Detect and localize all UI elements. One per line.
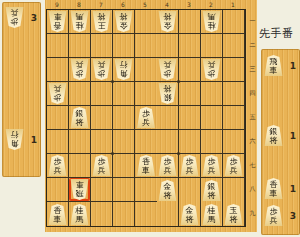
square-66[interactable] xyxy=(113,130,135,154)
koma-kanji: 香 xyxy=(54,21,62,30)
rank-label-3: 三 xyxy=(248,57,257,81)
koma-歩兵-sente[interactable]: 歩兵 xyxy=(202,155,221,176)
koma-kanji: 兵 xyxy=(54,84,62,93)
koma-kanji: 金 xyxy=(164,182,172,191)
koma-歩兵-gote[interactable]: 歩兵 xyxy=(70,59,89,80)
koma-kanji: 将 xyxy=(164,84,172,93)
koma-kanji: 行 xyxy=(120,60,128,69)
koma-歩兵-sente[interactable]: 歩兵 xyxy=(224,155,243,176)
koma-桂馬-sente[interactable]: 桂馬 xyxy=(202,204,221,225)
board-grid: 香車桂馬王将金将金将桂馬歩兵歩兵角行歩兵歩兵歩兵銀将銀将歩兵歩兵歩兵香車歩兵歩兵… xyxy=(46,9,246,227)
rank-label-6: 六 xyxy=(248,129,257,153)
file-label-6: 6 xyxy=(112,0,134,9)
koma-kanji: 歩 xyxy=(270,207,278,216)
koma-kanji: 兵 xyxy=(208,166,216,175)
koma-kanji: 将 xyxy=(164,12,172,21)
koma-金将-gote[interactable]: 金将 xyxy=(158,11,177,32)
koma-kanji: 歩 xyxy=(98,69,106,78)
square-45[interactable] xyxy=(157,106,179,130)
square-75[interactable] xyxy=(91,106,113,130)
square-16[interactable] xyxy=(223,130,245,154)
square-42[interactable] xyxy=(157,34,179,58)
square-77[interactable]: 歩兵 xyxy=(91,154,113,178)
file-label-2: 2 xyxy=(200,0,222,9)
koma-香車-sente[interactable]: 香車 xyxy=(48,204,67,225)
square-19[interactable]: 玉将 xyxy=(223,202,245,226)
koma-歩兵-sente[interactable]: 歩兵 xyxy=(92,155,111,176)
square-56[interactable] xyxy=(135,130,157,154)
hand-slot-歩兵[interactable]: 歩兵3 xyxy=(5,7,38,29)
koma-kanji: 将 xyxy=(164,191,172,200)
file-labels: 987654321 xyxy=(46,0,244,9)
koma-kanji: 香 xyxy=(54,206,62,215)
koma-歩兵-sente[interactable]: 歩兵 xyxy=(264,205,283,226)
koma-金将-sente[interactable]: 金将 xyxy=(180,204,199,225)
square-74[interactable] xyxy=(91,82,113,106)
square-25[interactable] xyxy=(201,106,223,130)
koma-kanji: 将 xyxy=(76,118,84,127)
koma-kanji: 歩 xyxy=(164,157,172,166)
koma-kanji: 将 xyxy=(270,136,278,145)
hand-count: 1 xyxy=(31,135,38,145)
square-59[interactable] xyxy=(135,202,157,226)
koma-銀将-sente[interactable]: 銀将 xyxy=(264,125,283,146)
square-76[interactable] xyxy=(91,130,113,154)
koma-kanji: 兵 xyxy=(142,118,150,127)
square-88[interactable]: 飛車 xyxy=(69,178,91,202)
koma-銀将-sente[interactable]: 銀将 xyxy=(202,180,221,201)
koma-角行-gote[interactable]: 角行 xyxy=(5,129,24,150)
file-label-8: 8 xyxy=(68,0,90,9)
square-44[interactable]: 銀将 xyxy=(157,82,179,106)
koma-kanji: 将 xyxy=(230,215,238,224)
square-49[interactable] xyxy=(157,202,179,226)
koma-歩兵-gote[interactable]: 歩兵 xyxy=(202,59,221,80)
koma-香車-sente[interactable]: 香車 xyxy=(137,155,156,176)
square-26[interactable] xyxy=(201,130,223,154)
square-71[interactable]: 王将 xyxy=(91,10,113,34)
hand-count: 1 xyxy=(290,131,297,141)
koma-kanji: 桂 xyxy=(76,206,84,215)
koma-銀将-gote[interactable]: 銀将 xyxy=(158,83,177,104)
square-94[interactable]: 歩兵 xyxy=(47,82,69,106)
koma-kanji: 兵 xyxy=(76,60,84,69)
koma-桂馬-gote[interactable]: 桂馬 xyxy=(70,11,89,32)
koma-kanji: 車 xyxy=(54,12,62,21)
hand-count: 3 xyxy=(31,13,38,23)
square-83[interactable]: 歩兵 xyxy=(69,58,91,82)
koma-kanji: 金 xyxy=(120,21,128,30)
koma-kanji: 王 xyxy=(98,21,106,30)
square-46[interactable] xyxy=(157,130,179,154)
koma-kanji: 歩 xyxy=(164,69,172,78)
file-label-7: 7 xyxy=(90,0,112,9)
koma-kanji: 飛 xyxy=(270,57,278,66)
square-18[interactable] xyxy=(223,178,245,202)
square-85[interactable]: 銀将 xyxy=(69,106,91,130)
square-67[interactable] xyxy=(113,154,135,178)
koma-kanji: 兵 xyxy=(98,60,106,69)
rank-label-5: 五 xyxy=(248,105,257,129)
square-51[interactable] xyxy=(135,10,157,34)
koma-kanji: 金 xyxy=(186,206,194,215)
square-24[interactable] xyxy=(201,82,223,106)
square-12[interactable] xyxy=(223,34,245,58)
shogi-board: 987654321 香車桂馬王将金将金将桂馬歩兵歩兵角行歩兵歩兵歩兵銀将銀将歩兵… xyxy=(45,0,257,232)
koma-歩兵-sente[interactable]: 歩兵 xyxy=(137,107,156,128)
koma-kanji: 車 xyxy=(270,189,278,198)
koma-kanji: 香 xyxy=(270,180,278,189)
square-54[interactable] xyxy=(135,82,157,106)
hand-slot-飛車[interactable]: 飛車1 xyxy=(264,55,297,77)
koma-kanji: 桂 xyxy=(208,206,216,215)
koma-kanji: 兵 xyxy=(54,166,62,175)
square-61[interactable]: 金将 xyxy=(113,10,135,34)
square-57[interactable]: 香車 xyxy=(135,154,157,178)
koma-kanji: 将 xyxy=(186,215,194,224)
square-17[interactable]: 歩兵 xyxy=(223,154,245,178)
koma-歩兵-gote[interactable]: 歩兵 xyxy=(92,59,111,80)
square-68[interactable] xyxy=(113,178,135,202)
hand-count: 3 xyxy=(290,211,297,221)
koma-kanji: 飛 xyxy=(76,189,84,198)
hand-slot-角行[interactable]: 角行1 xyxy=(5,129,38,151)
square-23[interactable]: 歩兵 xyxy=(201,58,223,82)
square-58[interactable] xyxy=(135,178,157,202)
square-21[interactable]: 桂馬 xyxy=(201,10,223,34)
koma-kanji: 車 xyxy=(142,166,150,175)
square-48[interactable]: 金将 xyxy=(157,178,179,202)
square-15[interactable] xyxy=(223,106,245,130)
koma-kanji: 将 xyxy=(208,191,216,200)
koma-kanji: 玉 xyxy=(230,206,238,215)
rank-label-8: 八 xyxy=(248,177,257,201)
koma-kanji: 行 xyxy=(11,130,19,139)
square-91[interactable]: 香車 xyxy=(47,10,69,34)
koma-kanji: 歩 xyxy=(11,17,19,26)
square-96[interactable] xyxy=(47,130,69,154)
square-31[interactable] xyxy=(179,10,201,34)
koma-kanji: 歩 xyxy=(230,157,238,166)
turn-indicator: 先手番 xyxy=(259,26,294,41)
square-63[interactable]: 角行 xyxy=(113,58,135,82)
koma-kanji: 兵 xyxy=(208,60,216,69)
square-62[interactable] xyxy=(113,34,135,58)
koma-銀将-sente[interactable]: 銀将 xyxy=(70,107,89,128)
square-69[interactable] xyxy=(113,202,135,226)
koma-王将-gote[interactable]: 王将 xyxy=(92,11,111,32)
square-93[interactable] xyxy=(47,58,69,82)
rank-label-4: 四 xyxy=(248,81,257,105)
square-11[interactable] xyxy=(223,10,245,34)
square-86[interactable] xyxy=(69,130,91,154)
koma-金将-gote[interactable]: 金将 xyxy=(114,11,133,32)
koma-歩兵-sente[interactable]: 歩兵 xyxy=(158,155,177,176)
square-22[interactable] xyxy=(201,34,223,58)
square-37[interactable]: 歩兵 xyxy=(179,154,201,178)
square-33[interactable] xyxy=(179,58,201,82)
koma-香車-sente[interactable]: 香車 xyxy=(264,178,283,199)
square-73[interactable]: 歩兵 xyxy=(91,58,113,82)
koma-kanji: 歩 xyxy=(98,157,106,166)
square-28[interactable]: 銀将 xyxy=(201,178,223,202)
gote-hand-tray: 歩兵3角行1 xyxy=(2,2,41,177)
square-78[interactable] xyxy=(91,178,113,202)
square-53[interactable] xyxy=(135,58,157,82)
koma-歩兵-gote[interactable]: 歩兵 xyxy=(48,83,67,104)
sente-hand-tray: 飛車1銀将1香車1歩兵3 xyxy=(261,49,300,235)
koma-kanji: 将 xyxy=(98,12,106,21)
square-99[interactable]: 香車 xyxy=(47,202,69,226)
file-label-5: 5 xyxy=(134,0,156,9)
koma-kanji: 歩 xyxy=(208,69,216,78)
koma-kanji: 兵 xyxy=(164,166,172,175)
koma-kanji: 兵 xyxy=(230,166,238,175)
square-47[interactable]: 歩兵 xyxy=(157,154,179,178)
square-98[interactable] xyxy=(47,178,69,202)
koma-kanji: 車 xyxy=(76,180,84,189)
koma-kanji: 角 xyxy=(11,139,19,148)
rank-label-1: 一 xyxy=(248,9,257,33)
koma-kanji: 車 xyxy=(270,66,278,75)
koma-kanji: 兵 xyxy=(98,166,106,175)
koma-kanji: 歩 xyxy=(54,157,62,166)
koma-歩兵-gote[interactable]: 歩兵 xyxy=(158,59,177,80)
koma-kanji: 銀 xyxy=(208,182,216,191)
rank-label-7: 七 xyxy=(248,153,257,177)
square-64[interactable] xyxy=(113,82,135,106)
square-41[interactable]: 金将 xyxy=(157,10,179,34)
koma-kanji: 桂 xyxy=(208,21,216,30)
koma-kanji: 桂 xyxy=(76,21,84,30)
square-55[interactable]: 歩兵 xyxy=(135,106,157,130)
file-label-9: 9 xyxy=(46,0,68,9)
square-13[interactable] xyxy=(223,58,245,82)
square-92[interactable] xyxy=(47,34,69,58)
square-89[interactable]: 桂馬 xyxy=(69,202,91,226)
koma-kanji: 歩 xyxy=(208,157,216,166)
koma-角行-gote[interactable]: 角行 xyxy=(114,59,133,80)
koma-kanji: 将 xyxy=(120,12,128,21)
square-97[interactable]: 歩兵 xyxy=(47,154,69,178)
square-81[interactable]: 桂馬 xyxy=(69,10,91,34)
koma-kanji: 兵 xyxy=(11,8,19,17)
square-14[interactable] xyxy=(223,82,245,106)
koma-桂馬-gote[interactable]: 桂馬 xyxy=(202,11,221,32)
square-39[interactable]: 金将 xyxy=(179,202,201,226)
hand-slot-銀将[interactable]: 銀将1 xyxy=(264,125,297,147)
koma-kanji: 歩 xyxy=(142,109,150,118)
koma-歩兵-sente[interactable]: 歩兵 xyxy=(180,155,199,176)
koma-kanji: 馬 xyxy=(208,215,216,224)
koma-kanji: 馬 xyxy=(76,12,84,21)
koma-kanji: 香 xyxy=(142,157,150,166)
koma-kanji: 兵 xyxy=(186,166,194,175)
koma-kanji: 歩 xyxy=(76,69,84,78)
koma-kanji: 歩 xyxy=(186,157,194,166)
koma-桂馬-sente[interactable]: 桂馬 xyxy=(70,204,89,225)
koma-kanji: 馬 xyxy=(76,215,84,224)
koma-玉将-sente[interactable]: 玉将 xyxy=(224,204,243,225)
square-84[interactable] xyxy=(69,82,91,106)
koma-kanji: 金 xyxy=(164,21,172,30)
square-87[interactable] xyxy=(69,154,91,178)
koma-kanji: 車 xyxy=(54,215,62,224)
koma-kanji: 銀 xyxy=(76,109,84,118)
square-72[interactable] xyxy=(91,34,113,58)
hand-slot-歩兵[interactable]: 歩兵3 xyxy=(264,205,297,227)
koma-歩兵-sente[interactable]: 歩兵 xyxy=(48,155,67,176)
square-95[interactable] xyxy=(47,106,69,130)
hand-slot-香車[interactable]: 香車1 xyxy=(264,178,297,200)
koma-歩兵-gote[interactable]: 歩兵 xyxy=(5,7,24,28)
koma-kanji: 兵 xyxy=(270,216,278,225)
koma-香車-gote[interactable]: 香車 xyxy=(48,11,67,32)
koma-kanji: 歩 xyxy=(54,93,62,102)
hand-count: 1 xyxy=(290,184,297,194)
square-79[interactable] xyxy=(91,202,113,226)
koma-kanji: 馬 xyxy=(208,12,216,21)
file-label-4: 4 xyxy=(156,0,178,9)
square-36[interactable] xyxy=(179,130,201,154)
file-label-3: 3 xyxy=(178,0,200,9)
square-29[interactable]: 桂馬 xyxy=(201,202,223,226)
square-27[interactable]: 歩兵 xyxy=(201,154,223,178)
square-35[interactable] xyxy=(179,106,201,130)
koma-金将-sente[interactable]: 金将 xyxy=(158,180,177,201)
koma-kanji: 銀 xyxy=(270,127,278,136)
rank-label-9: 九 xyxy=(248,201,257,225)
square-32[interactable] xyxy=(179,34,201,58)
rank-labels: 一二三四五六七八九 xyxy=(248,9,257,225)
koma-kanji: 兵 xyxy=(164,60,172,69)
square-43[interactable]: 歩兵 xyxy=(157,58,179,82)
square-65[interactable] xyxy=(113,106,135,130)
file-label-1: 1 xyxy=(222,0,244,9)
square-52[interactable] xyxy=(135,34,157,58)
koma-kanji: 銀 xyxy=(164,93,172,102)
square-34[interactable] xyxy=(179,82,201,106)
hand-count: 1 xyxy=(290,61,297,71)
square-82[interactable] xyxy=(69,34,91,58)
shogi-app: 歩兵3角行1 987654321 香車桂馬王将金将金将桂馬歩兵歩兵角行歩兵歩兵歩… xyxy=(0,0,300,237)
square-38[interactable] xyxy=(179,178,201,202)
koma-飛車-sente[interactable]: 飛車 xyxy=(264,55,283,76)
rank-label-2: 二 xyxy=(248,33,257,57)
koma-kanji: 角 xyxy=(120,69,128,78)
